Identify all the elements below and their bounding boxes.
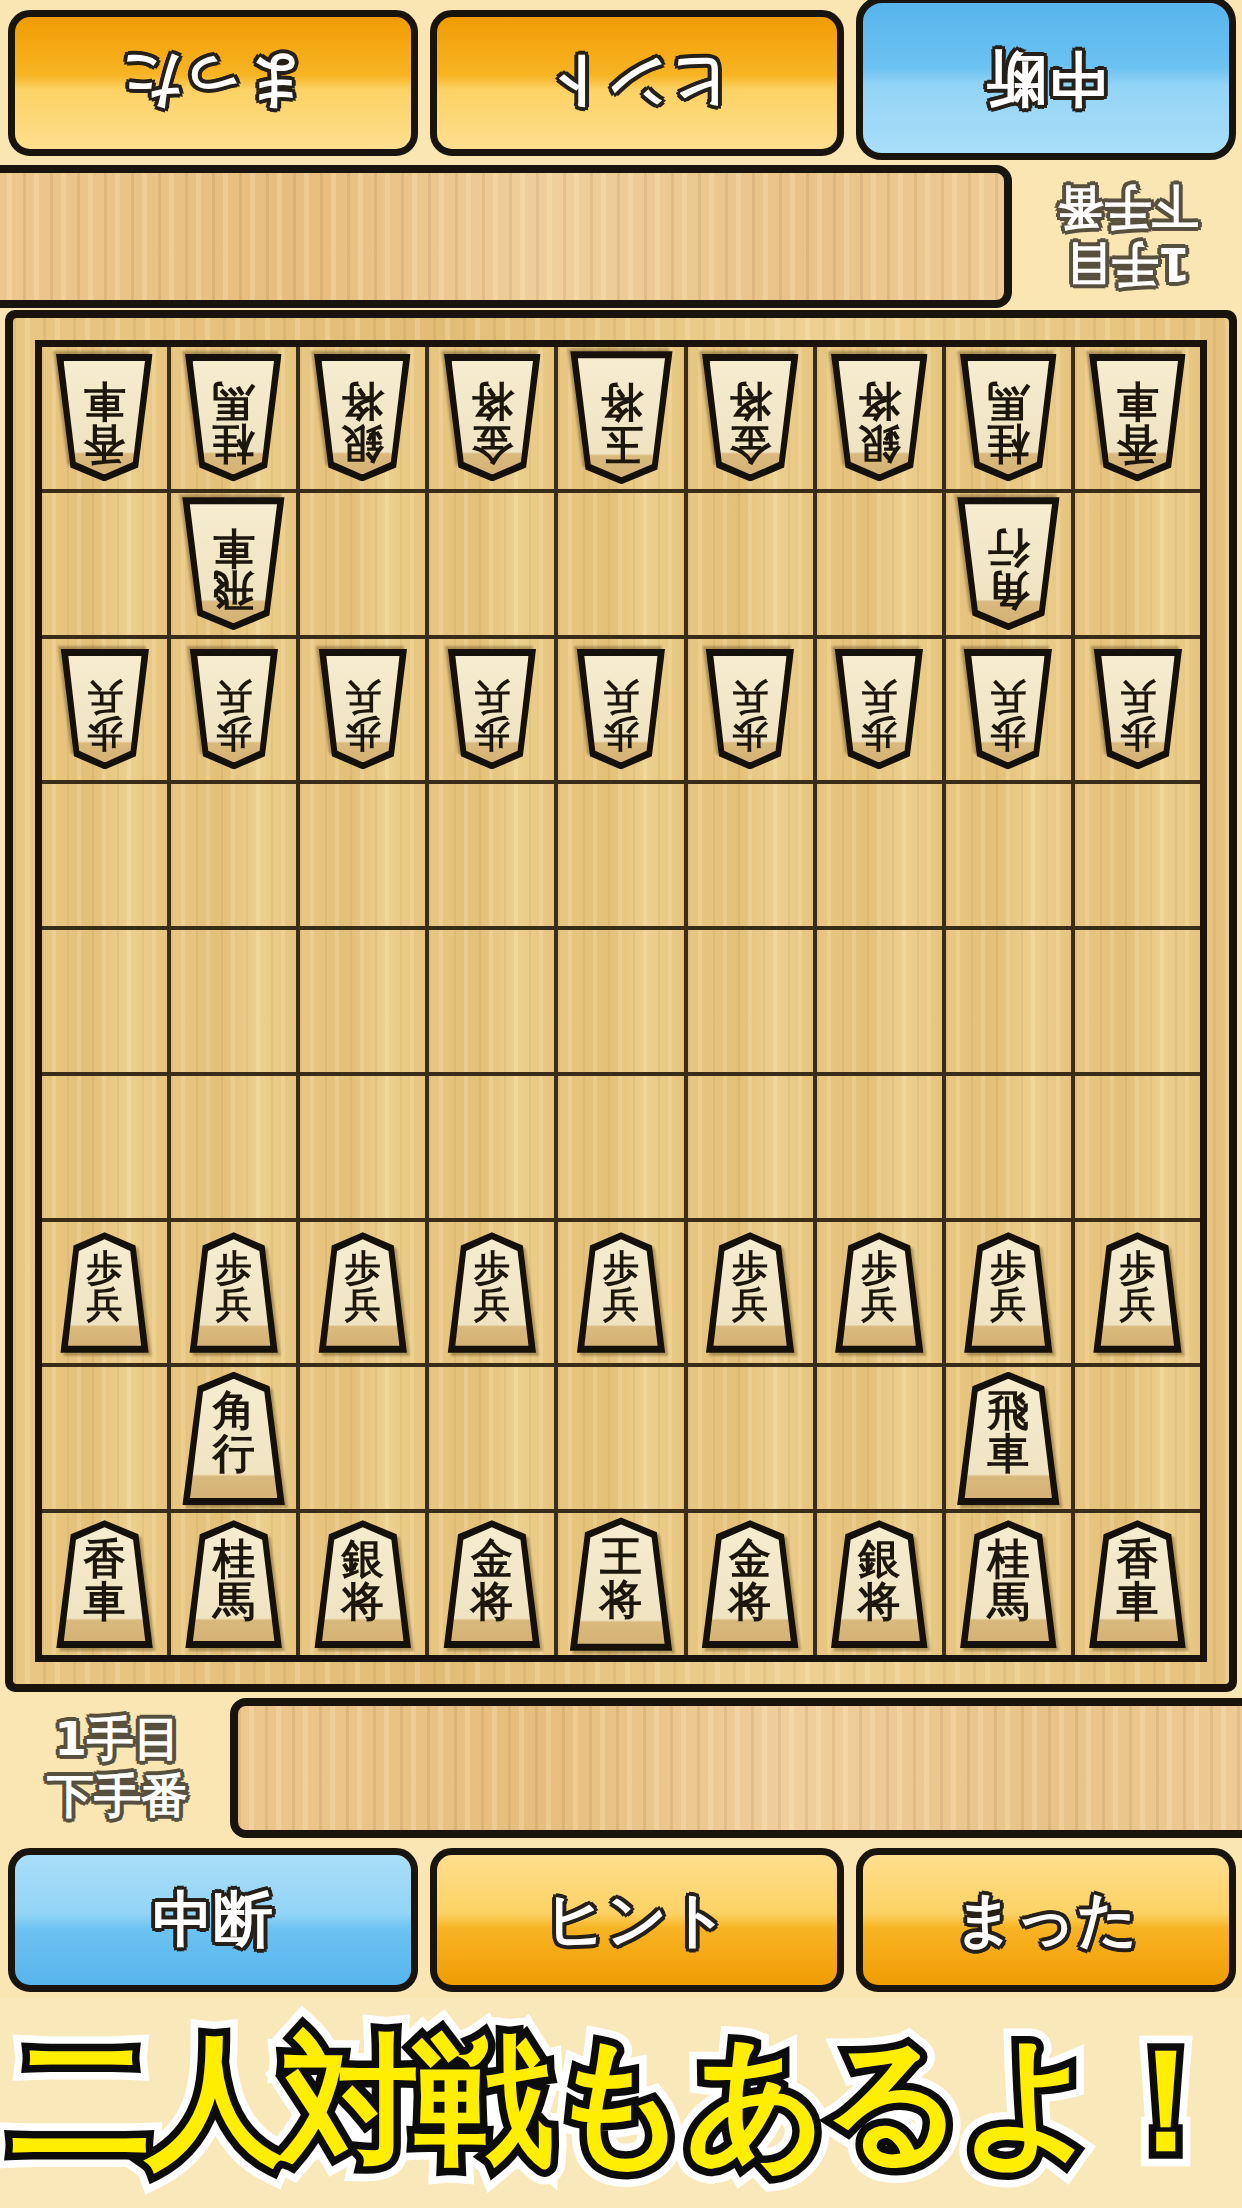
board-cell[interactable]: 銀将 — [300, 347, 425, 489]
board-cell[interactable]: 飛車 — [946, 1367, 1071, 1509]
board-cell[interactable] — [1075, 930, 1200, 1072]
board-frame: 香車桂馬銀将金将玉将金将銀将桂馬香車飛車角行歩兵歩兵歩兵歩兵歩兵歩兵歩兵歩兵歩兵… — [35, 340, 1207, 1662]
piece-sente-lance: 香車 — [53, 1520, 156, 1648]
board-cell[interactable]: 香車 — [42, 347, 167, 489]
board-cell[interactable] — [42, 930, 167, 1072]
piece-gote-silver: 銀将 — [311, 354, 414, 482]
board-cell[interactable] — [1075, 1367, 1200, 1509]
piece-sente-rook: 飛車 — [954, 1372, 1063, 1505]
piece-sente-pawn: 歩兵 — [703, 1232, 797, 1353]
board-cell[interactable] — [300, 1076, 425, 1218]
board-cell[interactable]: 歩兵 — [946, 639, 1071, 781]
sente-piece-stand — [230, 1698, 1242, 1838]
board-cell[interactable]: 歩兵 — [817, 639, 942, 781]
piece-sente-knight: 桂馬 — [957, 1520, 1060, 1648]
piece-gote-silver: 銀将 — [828, 354, 931, 482]
board-cell[interactable]: 王将 — [558, 1513, 683, 1655]
gote-piece-stand — [0, 165, 1012, 308]
piece-gote-pawn: 歩兵 — [445, 649, 539, 770]
piece-sente-silver: 銀将 — [828, 1520, 931, 1648]
piece-gote-bishop: 角行 — [954, 497, 1063, 630]
board-cell[interactable] — [817, 1367, 942, 1509]
board-cell[interactable] — [817, 1076, 942, 1218]
piece-gote-knight: 桂馬 — [182, 354, 285, 482]
board-cell[interactable]: 金将 — [688, 347, 813, 489]
board-cell[interactable]: 歩兵 — [300, 639, 425, 781]
board-cell[interactable]: 歩兵 — [300, 1222, 425, 1364]
board-cell[interactable] — [42, 784, 167, 926]
board-cell[interactable]: 角行 — [171, 1367, 296, 1509]
piece-sente-pawn: 歩兵 — [187, 1232, 281, 1353]
piece-sente-pawn: 歩兵 — [58, 1232, 152, 1353]
piece-gote-king: 玉将 — [567, 351, 676, 484]
board-cell[interactable]: 香車 — [1075, 347, 1200, 489]
piece-gote-lance: 香車 — [1086, 354, 1189, 482]
board-cell[interactable] — [688, 493, 813, 635]
board-cell[interactable]: 歩兵 — [688, 1222, 813, 1364]
board-cell[interactable]: 香車 — [42, 1513, 167, 1655]
board-cell[interactable] — [558, 1076, 683, 1218]
board-cell[interactable]: 歩兵 — [558, 639, 683, 781]
board-cell[interactable] — [558, 493, 683, 635]
top-interrupt-button-rotated[interactable]: 中断 — [856, 0, 1236, 160]
board-cell[interactable] — [429, 784, 554, 926]
board-cell[interactable]: 歩兵 — [688, 639, 813, 781]
board-cell[interactable] — [1075, 1076, 1200, 1218]
hint-button[interactable]: ヒント — [430, 1848, 844, 1992]
board-cell[interactable]: 歩兵 — [42, 639, 167, 781]
piece-sente-pawn: 歩兵 — [832, 1232, 926, 1353]
board-grid: 香車桂馬銀将金将玉将金将銀将桂馬香車飛車角行歩兵歩兵歩兵歩兵歩兵歩兵歩兵歩兵歩兵… — [42, 347, 1200, 1655]
piece-sente-gold: 金将 — [699, 1520, 802, 1648]
move-number-label: 1手目 — [47, 1710, 188, 1767]
board-cell[interactable]: 桂馬 — [171, 1513, 296, 1655]
board-cell[interactable]: 銀将 — [817, 347, 942, 489]
promo-banner[interactable]: 二人対戦もあるよ！ 二人対戦もあるよ！ 二人対戦もあるよ！ — [0, 1998, 1242, 2208]
shogi-app-screen: まった ヒント 中断 1手目 下手番 香車桂馬銀将金将玉将金将銀将桂馬香車飛車角… — [0, 0, 1242, 2208]
board-cell[interactable] — [688, 1367, 813, 1509]
piece-sente-pawn: 歩兵 — [1091, 1232, 1185, 1353]
board-cell[interactable] — [817, 930, 942, 1072]
board-cell[interactable] — [429, 1367, 554, 1509]
banner-text-fill: 二人対戦もあるよ！ — [0, 2008, 1242, 2198]
piece-gote-gold: 金将 — [699, 354, 802, 482]
piece-gote-pawn: 歩兵 — [574, 649, 668, 770]
board-cell[interactable] — [429, 1076, 554, 1218]
shogi-board: 香車桂馬銀将金将玉将金将銀将桂馬香車飛車角行歩兵歩兵歩兵歩兵歩兵歩兵歩兵歩兵歩兵… — [5, 310, 1237, 1692]
board-cell[interactable]: 桂馬 — [946, 1513, 1071, 1655]
board-cell[interactable] — [300, 784, 425, 926]
board-cell[interactable] — [1075, 493, 1200, 635]
board-cell[interactable] — [300, 930, 425, 1072]
sente-status-label: 1手目 下手番 — [0, 1694, 235, 1840]
board-cell[interactable] — [946, 930, 1071, 1072]
piece-gote-pawn: 歩兵 — [703, 649, 797, 770]
board-cell[interactable] — [171, 930, 296, 1072]
board-cell[interactable]: 金将 — [688, 1513, 813, 1655]
board-cell[interactable]: 歩兵 — [429, 1222, 554, 1364]
board-cell[interactable]: 歩兵 — [1075, 1222, 1200, 1364]
board-cell[interactable] — [817, 784, 942, 926]
board-cell[interactable] — [688, 784, 813, 926]
board-cell[interactable] — [946, 1076, 1071, 1218]
piece-sente-silver: 銀将 — [311, 1520, 414, 1648]
board-cell[interactable] — [558, 784, 683, 926]
board-cell[interactable] — [429, 493, 554, 635]
board-cell[interactable] — [171, 1076, 296, 1218]
board-cell[interactable]: 香車 — [1075, 1513, 1200, 1655]
board-cell[interactable]: 桂馬 — [171, 347, 296, 489]
board-cell[interactable]: 銀将 — [817, 1513, 942, 1655]
board-cell[interactable] — [42, 1076, 167, 1218]
board-cell[interactable] — [688, 1076, 813, 1218]
piece-sente-gold: 金将 — [441, 1520, 544, 1648]
piece-sente-pawn: 歩兵 — [574, 1232, 668, 1353]
board-cell[interactable] — [558, 930, 683, 1072]
piece-gote-knight: 桂馬 — [957, 354, 1060, 482]
board-cell[interactable] — [300, 493, 425, 635]
board-cell[interactable] — [1075, 784, 1200, 926]
turn-label: 下手番 — [1057, 178, 1198, 235]
board-cell[interactable]: 飛車 — [171, 493, 296, 635]
piece-gote-pawn: 歩兵 — [187, 649, 281, 770]
board-cell[interactable] — [688, 930, 813, 1072]
banner-text: 二人対戦もあるよ！ 二人対戦もあるよ！ 二人対戦もあるよ！ — [0, 1998, 1242, 2208]
piece-gote-pawn: 歩兵 — [961, 649, 1055, 770]
piece-sente-pawn: 歩兵 — [961, 1232, 1055, 1353]
board-cell[interactable]: 銀将 — [300, 1513, 425, 1655]
board-cell[interactable]: 歩兵 — [558, 1222, 683, 1364]
piece-gote-pawn: 歩兵 — [316, 649, 410, 770]
board-cell[interactable] — [171, 784, 296, 926]
piece-sente-pawn: 歩兵 — [316, 1232, 410, 1353]
turn-label: 下手番 — [47, 1767, 188, 1824]
board-cell[interactable] — [42, 1367, 167, 1509]
piece-gote-pawn: 歩兵 — [58, 649, 152, 770]
board-cell[interactable] — [429, 930, 554, 1072]
board-cell[interactable]: 玉将 — [558, 347, 683, 489]
board-cell[interactable] — [558, 1367, 683, 1509]
board-cell[interactable] — [300, 1367, 425, 1509]
interrupt-button[interactable]: 中断 — [8, 1848, 418, 1992]
move-number-label: 1手目 — [1057, 235, 1198, 292]
board-margin: 香車桂馬銀将金将玉将金将銀将桂馬香車飛車角行歩兵歩兵歩兵歩兵歩兵歩兵歩兵歩兵歩兵… — [13, 318, 1229, 1684]
board-cell[interactable]: 桂馬 — [946, 347, 1071, 489]
piece-gote-pawn: 歩兵 — [1091, 649, 1185, 770]
board-cell[interactable]: 角行 — [946, 493, 1071, 635]
piece-gote-lance: 香車 — [53, 354, 156, 482]
top-matta-button-rotated[interactable]: まった — [8, 10, 418, 156]
board-cell[interactable] — [817, 493, 942, 635]
piece-sente-bishop: 角行 — [179, 1372, 288, 1505]
piece-sente-pawn: 歩兵 — [445, 1232, 539, 1353]
piece-sente-knight: 桂馬 — [182, 1520, 285, 1648]
board-cell[interactable]: 歩兵 — [946, 1222, 1071, 1364]
board-cell[interactable] — [946, 784, 1071, 926]
board-cell[interactable]: 歩兵 — [42, 1222, 167, 1364]
board-cell[interactable]: 金将 — [429, 1513, 554, 1655]
piece-sente-king: 王将 — [567, 1517, 676, 1650]
board-cell[interactable]: 歩兵 — [171, 639, 296, 781]
gote-status-label: 1手目 下手番 — [1012, 162, 1242, 308]
board-cell[interactable]: 金将 — [429, 347, 554, 489]
board-cell[interactable]: 歩兵 — [817, 1222, 942, 1364]
board-cell[interactable]: 歩兵 — [429, 639, 554, 781]
top-hint-button-rotated[interactable]: ヒント — [430, 10, 844, 156]
piece-gote-pawn: 歩兵 — [832, 649, 926, 770]
matta-undo-button[interactable]: まった — [856, 1848, 1236, 1992]
piece-sente-lance: 香車 — [1086, 1520, 1189, 1648]
board-cell[interactable] — [42, 493, 167, 635]
piece-gote-rook: 飛車 — [179, 497, 288, 630]
piece-gote-gold: 金将 — [441, 354, 544, 482]
board-cell[interactable]: 歩兵 — [171, 1222, 296, 1364]
board-cell[interactable]: 歩兵 — [1075, 639, 1200, 781]
